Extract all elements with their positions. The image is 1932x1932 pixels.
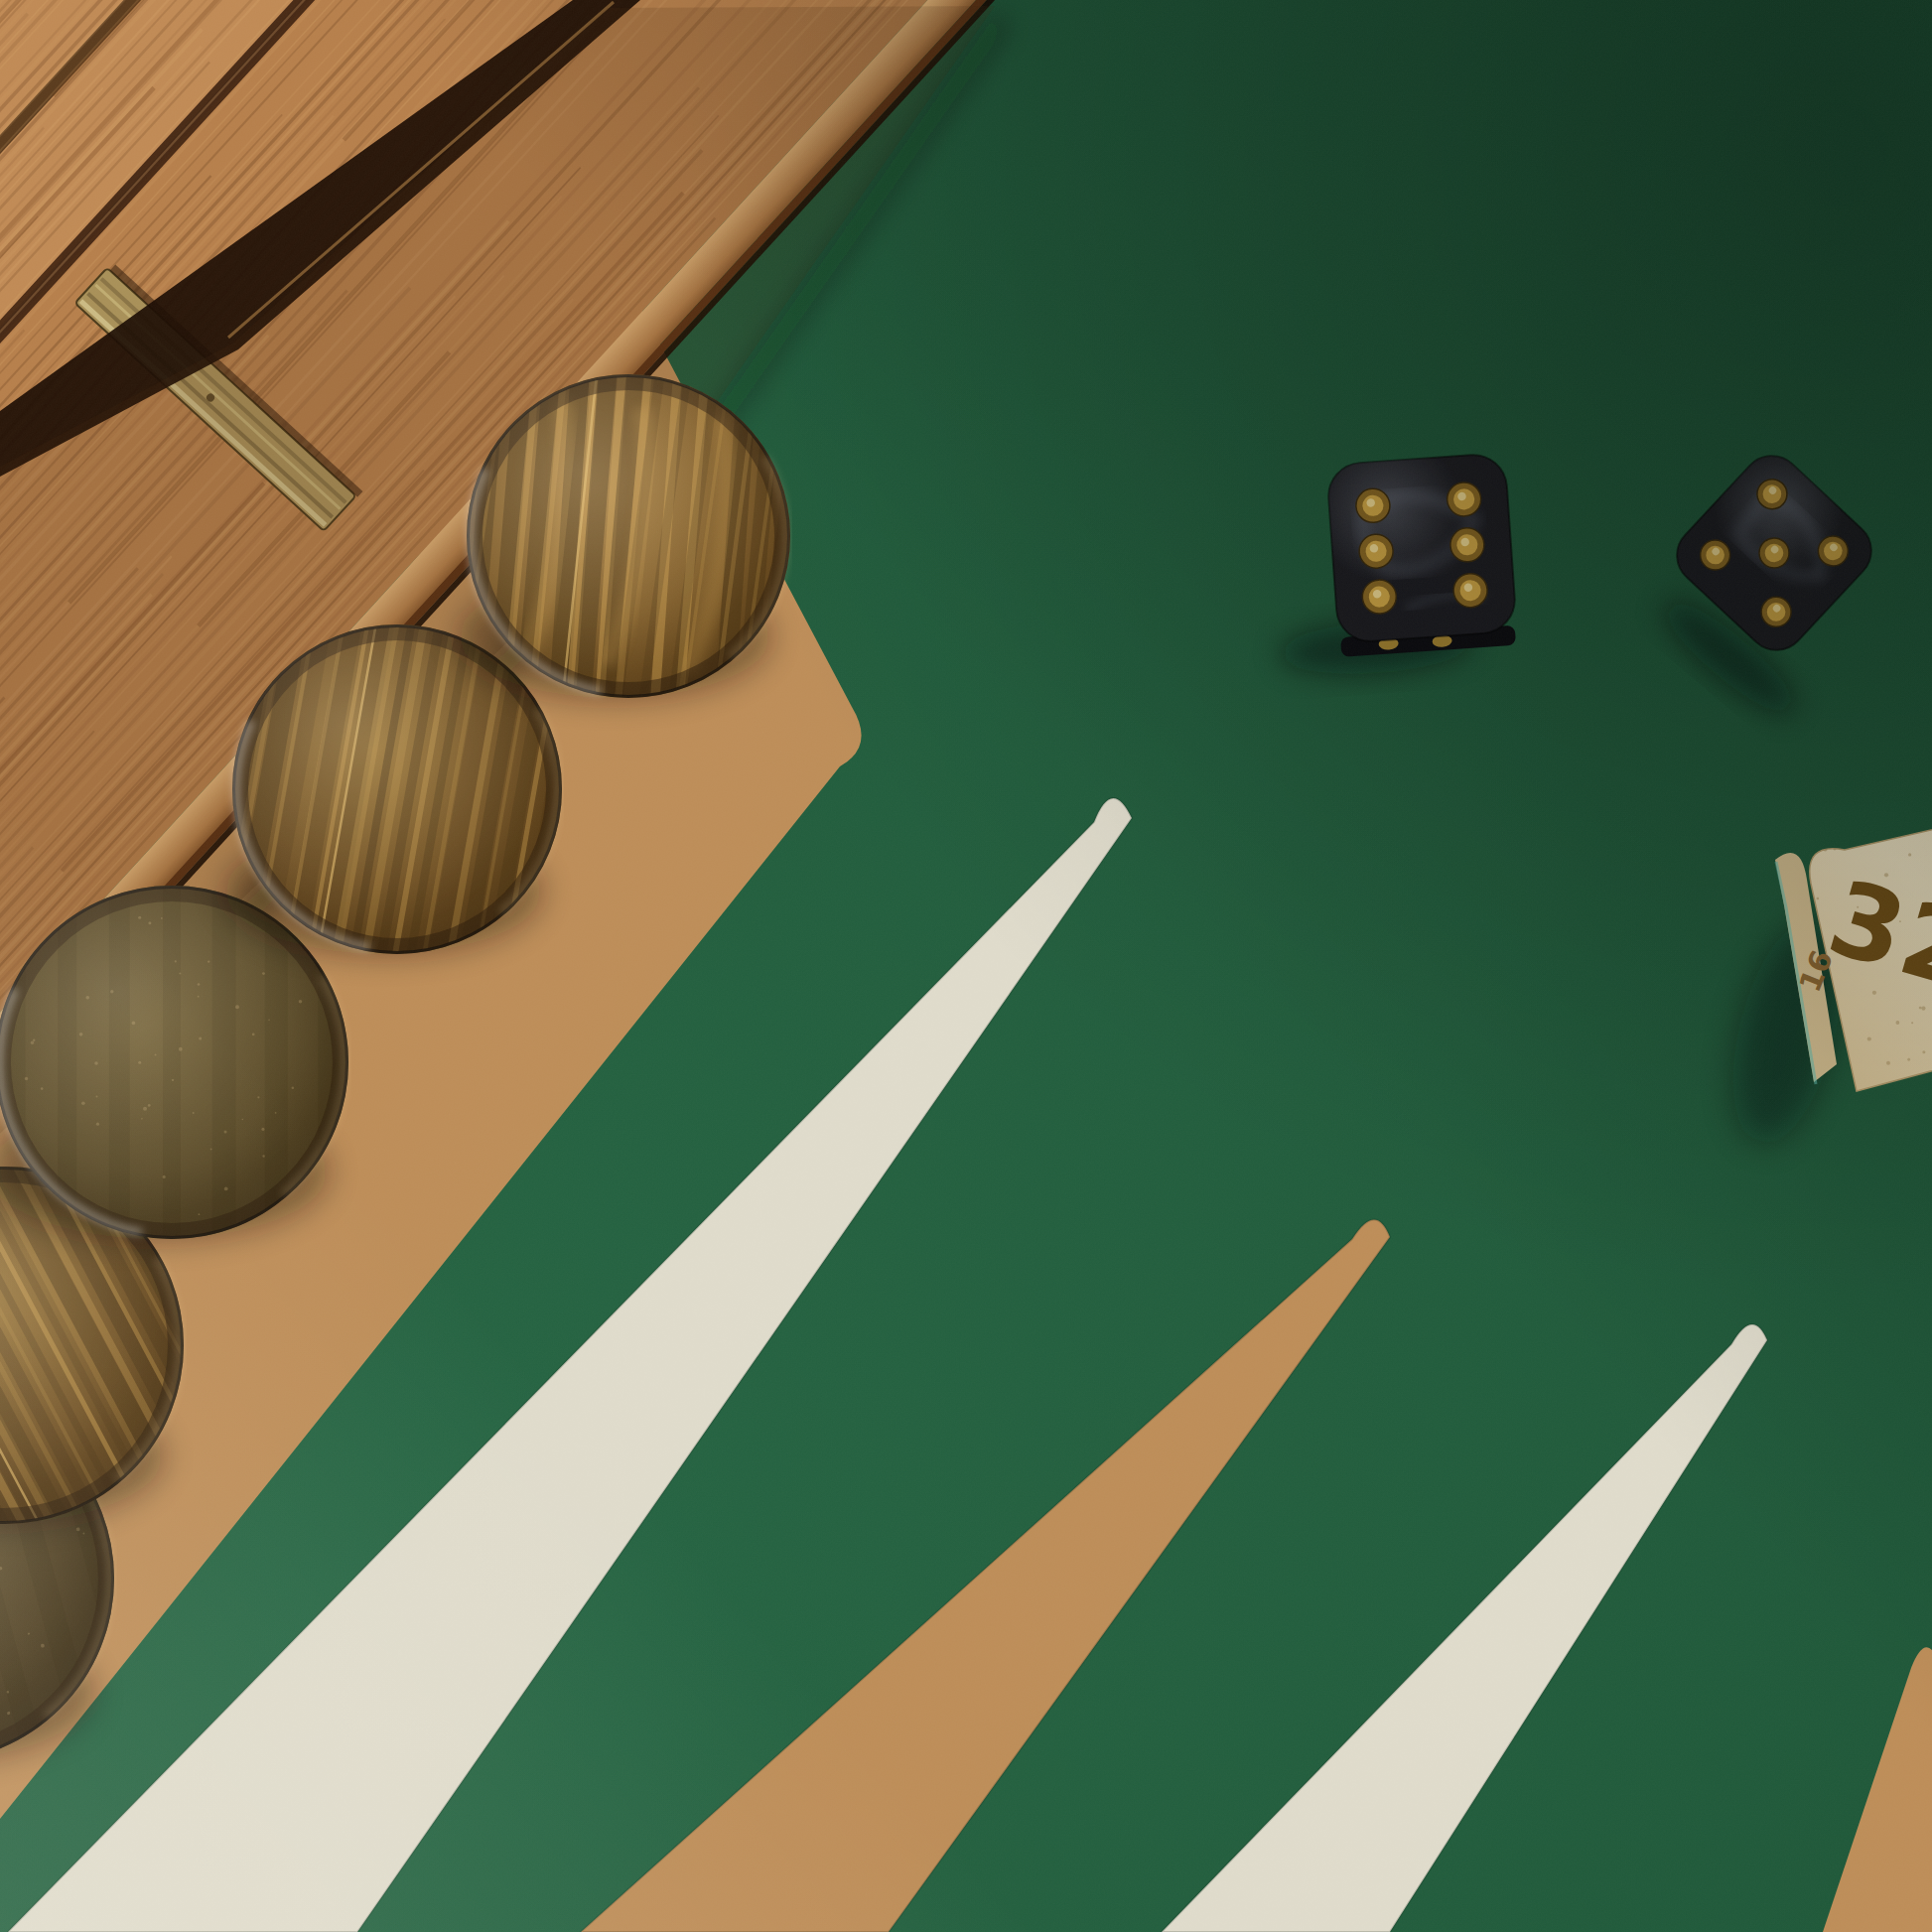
leather-texture (0, 0, 1932, 1932)
backgammon-photo: 32 16 (0, 0, 1932, 1932)
